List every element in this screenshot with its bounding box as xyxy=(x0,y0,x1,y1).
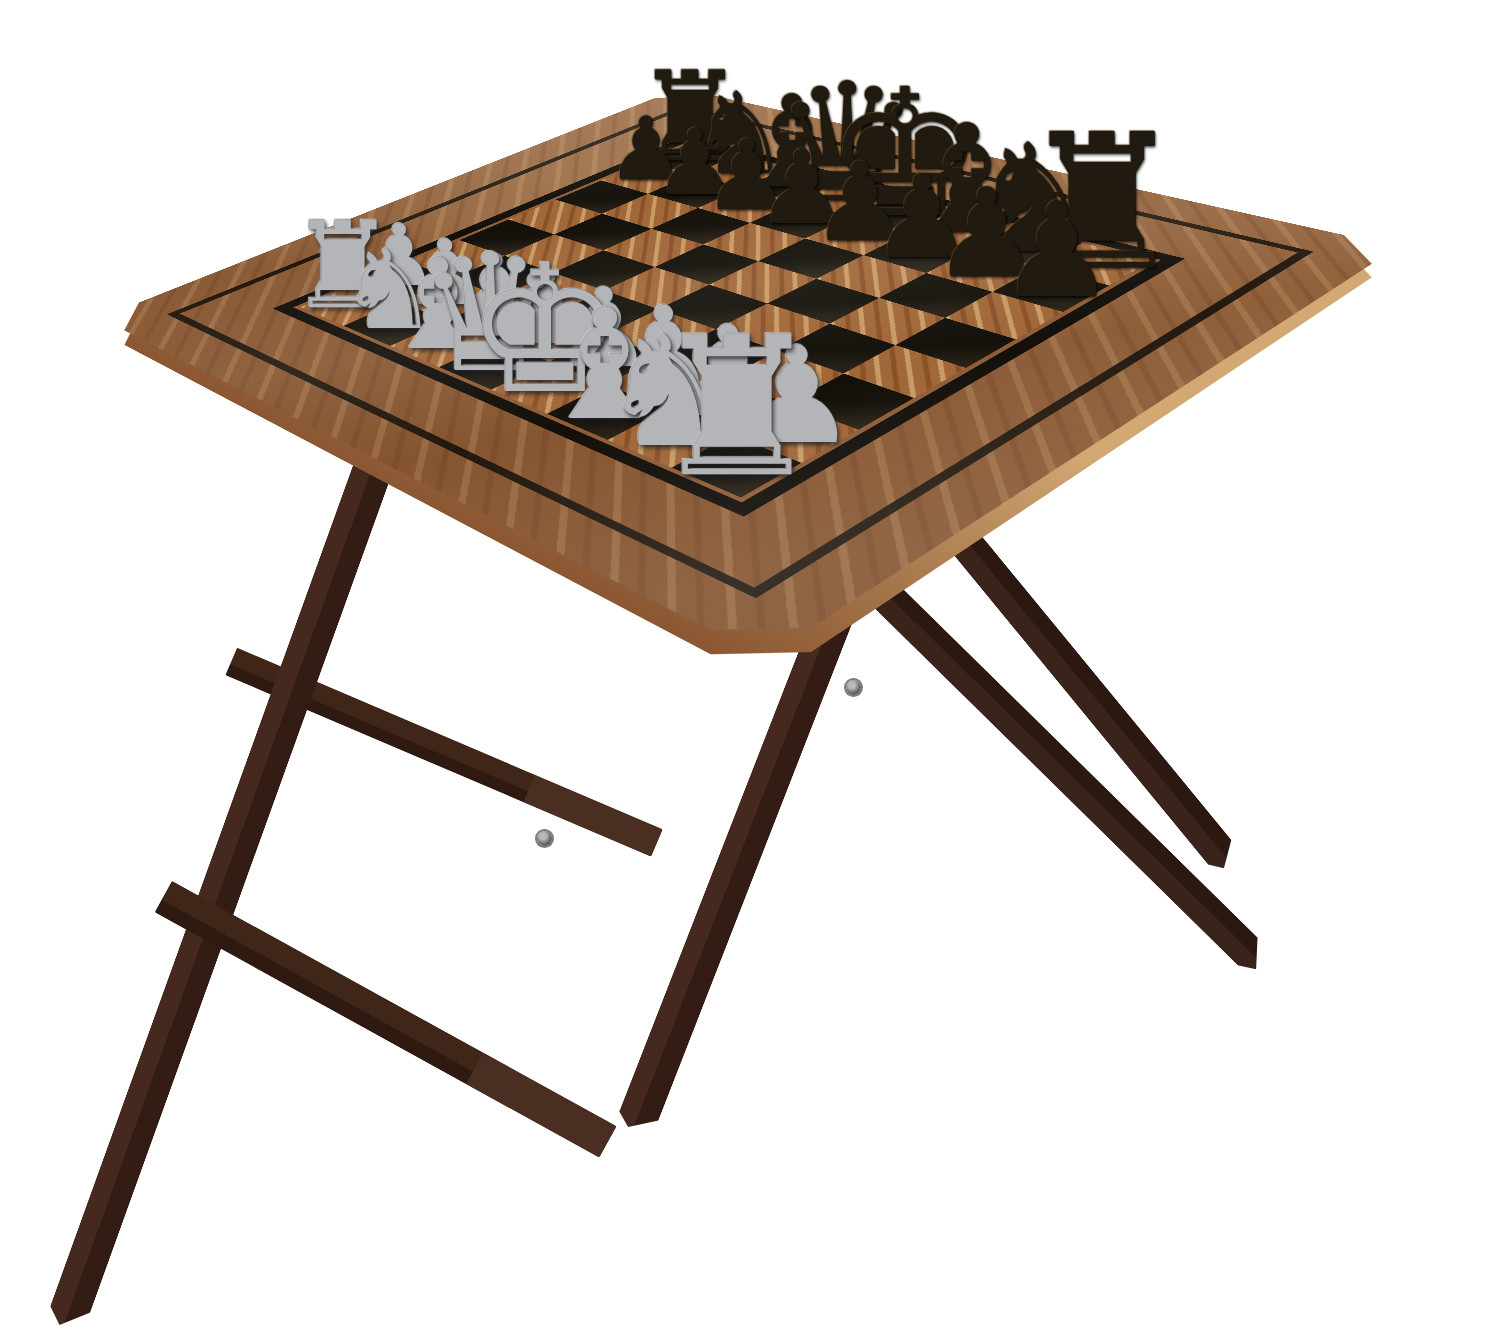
table-leg-far-left xyxy=(868,578,1273,977)
pivot-bolt-left xyxy=(537,831,552,846)
piece-white-rook-h1[interactable]: ♜ xyxy=(650,311,823,504)
piece-black-pawn-h7[interactable]: ♟ xyxy=(998,185,1115,316)
chess-table-photo: ♜♞♝♛♚♝♞♜♟♟♟♟♟♟♟♟♟♟♟♟♟♟♟♟♜♞♝♛♚♝♞♜ xyxy=(0,0,1500,1331)
table-leg-near-left xyxy=(45,453,395,1331)
table-leg-near-right xyxy=(615,593,859,1137)
near-stretcher-bar xyxy=(155,881,617,1158)
pivot-bolt-right xyxy=(846,680,861,695)
pieces-layer: ♜♞♝♛♚♝♞♜♟♟♟♟♟♟♟♟♟♟♟♟♟♟♟♟♜♞♝♛♚♝♞♜ xyxy=(0,0,1500,1331)
